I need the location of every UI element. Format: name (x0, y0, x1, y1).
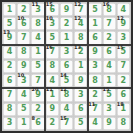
cell-digit: 5 (21, 105, 27, 113)
cage-sum-label: 13 (3, 30, 10, 35)
cell-digit: 6 (78, 105, 84, 113)
cell-r8c5[interactable]: 4 (60, 103, 73, 116)
cage-sum-label: 12 (117, 16, 124, 21)
cell-r5c6[interactable]: 1 (74, 60, 87, 73)
cell-digit: 1 (92, 20, 98, 28)
cell-r4c1[interactable]: 4 (3, 46, 16, 59)
cage-sum-label: 12 (60, 87, 67, 92)
cell-r5c8[interactable]: 4 (103, 60, 116, 73)
cell-r7c5[interactable]: 812 (60, 88, 73, 101)
cell-r5c3[interactable]: 5 (31, 60, 44, 73)
cell-r9c9[interactable]: 8 (117, 117, 130, 130)
killer-sudoku-board: 1231161597125816456108310241217912913745… (0, 0, 133, 133)
cell-r5c1[interactable]: 2 (3, 60, 16, 73)
cell-r4c2[interactable]: 8 (17, 46, 30, 59)
cell-r3c6[interactable]: 8 (74, 31, 87, 44)
cell-r9c4[interactable]: 2 (46, 117, 59, 130)
cell-digit: 1 (64, 34, 70, 42)
cell-digit: 6 (106, 48, 112, 56)
cell-r4c5[interactable]: 3 (60, 46, 73, 59)
cell-r4c7[interactable]: 9 (88, 46, 101, 59)
cell-digit: 5 (49, 34, 55, 42)
cell-r5c4[interactable]: 8 (46, 60, 59, 73)
cell-r4c6[interactable]: 213 (74, 46, 87, 59)
cell-digit: 4 (21, 91, 27, 99)
cell-r7c9[interactable]: 6 (117, 88, 130, 101)
cell-digit: 8 (7, 105, 13, 113)
cell-r8c9[interactable]: 118 (117, 103, 130, 116)
cell-digit: 7 (21, 34, 27, 42)
cell-r5c7[interactable]: 3 (88, 60, 101, 73)
cell-digit: 8 (78, 34, 84, 42)
cell-digit: 2 (64, 20, 70, 28)
cell-r1c3[interactable]: 311 (31, 3, 44, 16)
cell-digit: 1 (106, 77, 112, 85)
cell-r3c3[interactable]: 4 (31, 31, 44, 44)
cage-sum-label: 15 (46, 2, 53, 7)
cell-digit: 7 (121, 62, 127, 70)
cell-r7c3[interactable]: 920 (31, 88, 44, 101)
cell-r8c6[interactable]: 6 (74, 103, 87, 116)
cell-r1c5[interactable]: 9 (60, 3, 73, 16)
cell-r3c5[interactable]: 1 (60, 31, 73, 44)
cell-r2c5[interactable]: 2 (60, 17, 73, 30)
cell-digit: 5 (92, 6, 98, 14)
cell-r3c8[interactable]: 2 (103, 31, 116, 44)
cell-r8c3[interactable]: 2 (31, 103, 44, 116)
cell-digit: 3 (64, 48, 70, 56)
cage-sum-label: 13 (74, 45, 81, 50)
cell-r8c1[interactable]: 8 (3, 103, 16, 116)
cage-sum-label: 8 (31, 116, 34, 121)
cell-digit: 4 (35, 34, 41, 42)
cell-digit: 6 (35, 119, 41, 127)
cell-r9c8[interactable]: 9 (103, 117, 116, 130)
cell-r4c9[interactable]: 515 (117, 46, 130, 59)
cell-digit: 4 (64, 105, 70, 113)
cell-digit: 2 (106, 34, 112, 42)
cell-r7c6[interactable]: 3 (74, 88, 87, 101)
cell-r3c9[interactable]: 3 (117, 31, 130, 44)
cage-sum-label: 15 (103, 87, 110, 92)
cell-r5c5[interactable]: 6 (60, 60, 73, 73)
cage-sum-label: 10 (17, 16, 24, 21)
cell-r1c7[interactable]: 5 (88, 3, 101, 16)
cell-digit: 2 (121, 77, 127, 85)
cell-digit: 5 (35, 62, 41, 70)
cell-digit: 6 (64, 62, 70, 70)
cage-sum-label: 18 (117, 102, 124, 107)
cell-digit: 2 (92, 91, 98, 99)
cell-r2c2[interactable]: 610 (17, 17, 30, 30)
cell-r9c5[interactable]: 715 (60, 117, 73, 130)
cell-digit: 4 (49, 77, 55, 85)
cage-sum-label: 15 (60, 116, 67, 121)
cell-r8c2[interactable]: 5 (17, 103, 30, 116)
cell-r7c2[interactable]: 4 (17, 88, 30, 101)
cell-digit: 4 (121, 6, 127, 14)
cell-digit: 9 (21, 62, 27, 70)
cell-digit: 9 (92, 48, 98, 56)
cage-sum-label: 16 (46, 45, 53, 50)
cell-digit: 5 (78, 119, 84, 127)
cage-sum-label: 10 (46, 16, 53, 21)
cage-sum-label: 20 (31, 87, 38, 92)
cell-digit: 3 (78, 91, 84, 99)
cell-r6c9[interactable]: 2 (117, 74, 130, 87)
cell-digit: 8 (35, 20, 41, 28)
cell-r9c1[interactable]: 3 (3, 117, 16, 130)
cell-digit: 5 (7, 20, 13, 28)
cell-digit: 8 (49, 62, 55, 70)
cell-digit: 9 (106, 119, 112, 127)
cell-r4c4[interactable]: 716 (46, 46, 59, 59)
cell-digit: 9 (78, 77, 84, 85)
cell-r2c8[interactable]: 7 (103, 17, 116, 30)
cell-digit: 2 (7, 62, 13, 70)
cell-r6c7[interactable]: 8 (88, 74, 101, 87)
cell-digit: 9 (49, 105, 55, 113)
cell-digit: 7 (35, 77, 41, 85)
cell-r7c8[interactable]: 515 (103, 88, 116, 101)
cell-digit: 2 (35, 105, 41, 113)
cell-digit: 3 (121, 34, 127, 42)
cell-digit: 8 (121, 119, 127, 127)
cage-sum-label: 14 (60, 73, 67, 78)
cell-r3c7[interactable]: 6 (88, 31, 101, 44)
cell-r5c2[interactable]: 9 (17, 60, 30, 73)
cell-digit: 3 (92, 62, 98, 70)
cell-digit: 7 (106, 20, 112, 28)
cell-digit: 1 (7, 6, 13, 14)
cell-r7c1[interactable]: 7 (3, 88, 16, 101)
cell-r4c3[interactable]: 1 (31, 46, 44, 59)
cell-r2c6[interactable]: 412 (74, 17, 87, 30)
cell-r2c9[interactable]: 912 (117, 17, 130, 30)
cell-r6c6[interactable]: 9 (74, 74, 87, 87)
cell-r6c1[interactable]: 6 (3, 74, 16, 87)
cell-digit: 4 (92, 119, 98, 127)
cell-digit: 4 (106, 62, 112, 70)
cell-r2c4[interactable]: 310 (46, 17, 59, 30)
cell-r7c7[interactable]: 2 (88, 88, 101, 101)
cell-r9c6[interactable]: 5 (74, 117, 87, 130)
cell-r9c2[interactable]: 1 (17, 117, 30, 130)
cage-sum-label: 16 (103, 2, 110, 7)
cell-r9c7[interactable]: 4 (88, 117, 101, 130)
cell-r8c4[interactable]: 9 (46, 103, 59, 116)
cell-r2c3[interactable]: 8 (31, 17, 44, 30)
cage-sum-label: 11 (31, 2, 38, 7)
cell-digit: 7 (7, 91, 13, 99)
cell-r6c2[interactable]: 310 (17, 74, 30, 87)
cell-r3c1[interactable]: 913 (3, 31, 16, 44)
cell-digit: 2 (49, 119, 55, 127)
cell-digit: 8 (21, 48, 27, 56)
cage-sum-label: 12 (74, 2, 81, 7)
cell-digit: 3 (7, 119, 13, 127)
cell-digit: 6 (7, 77, 13, 85)
cell-digit: 3 (106, 105, 112, 113)
cell-r1c8[interactable]: 816 (103, 3, 116, 16)
cell-digit: 6 (121, 91, 127, 99)
cage-sum-label: 11 (88, 102, 95, 107)
cell-digit: 1 (35, 48, 41, 56)
cell-r8c7[interactable]: 711 (88, 103, 101, 116)
cell-r9c3[interactable]: 68 (31, 117, 44, 130)
cage-sum-label: 11 (46, 87, 53, 92)
cell-digit: 8 (92, 77, 98, 85)
cell-r7c4[interactable]: 111 (46, 88, 59, 101)
cell-digit: 6 (92, 34, 98, 42)
cell-digit: 4 (7, 48, 13, 56)
cell-r2c7[interactable]: 1 (88, 17, 101, 30)
cage-sum-label: 12 (74, 16, 81, 21)
cell-digit: 1 (21, 119, 27, 127)
cage-sum-label: 10 (17, 73, 24, 78)
cell-digit: 9 (64, 6, 70, 14)
cage-sum-label: 15 (117, 45, 124, 50)
cell-r1c1[interactable]: 1 (3, 3, 16, 16)
cell-r3c2[interactable]: 7 (17, 31, 30, 44)
cell-r5c9[interactable]: 7 (117, 60, 130, 73)
cell-r8c8[interactable]: 3 (103, 103, 116, 116)
cell-r4c8[interactable]: 6 (103, 46, 116, 59)
cell-digit: 2 (21, 6, 27, 14)
cell-r3c4[interactable]: 5 (46, 31, 59, 44)
cell-digit: 1 (78, 62, 84, 70)
